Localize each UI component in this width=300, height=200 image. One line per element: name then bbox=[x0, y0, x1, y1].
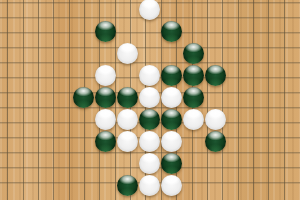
board-grid: ○●●○●○○●●●●●●○○●○○●●○○●○○○●○●●○○ bbox=[6, 0, 292, 196]
board-cell[interactable]: ○ bbox=[160, 86, 182, 108]
board-cell[interactable] bbox=[270, 64, 292, 86]
board-cell[interactable] bbox=[50, 42, 72, 64]
black-stone: ● bbox=[117, 87, 138, 108]
board-cell[interactable] bbox=[94, 174, 116, 196]
board-cell[interactable] bbox=[28, 86, 50, 108]
board-cell[interactable] bbox=[270, 174, 292, 196]
board-cell[interactable] bbox=[72, 42, 94, 64]
white-stone: ○ bbox=[139, 131, 160, 152]
white-stone: ○ bbox=[161, 131, 182, 152]
board-cell[interactable] bbox=[72, 152, 94, 174]
gomoku-board: ○●●○●○○●●●●●●○○●○○●●○○●○○○●○●●○○ bbox=[0, 0, 300, 200]
board-cell[interactable] bbox=[138, 20, 160, 42]
board-cell[interactable] bbox=[94, 42, 116, 64]
board-cell[interactable] bbox=[6, 0, 28, 20]
board-cell[interactable]: ● bbox=[182, 64, 204, 86]
board-cell[interactable] bbox=[248, 64, 270, 86]
board-cell[interactable] bbox=[248, 20, 270, 42]
white-stone: ○ bbox=[117, 131, 138, 152]
board-cell[interactable] bbox=[226, 42, 248, 64]
board-cell[interactable] bbox=[50, 20, 72, 42]
white-stone: ○ bbox=[139, 65, 160, 86]
white-stone: ○ bbox=[183, 109, 204, 130]
board-cell[interactable] bbox=[226, 20, 248, 42]
board-cell[interactable] bbox=[6, 20, 28, 42]
board-cell[interactable] bbox=[226, 130, 248, 152]
board-cell[interactable] bbox=[204, 152, 226, 174]
board-cell[interactable] bbox=[28, 108, 50, 130]
board-cell[interactable] bbox=[160, 42, 182, 64]
board-cell[interactable] bbox=[6, 42, 28, 64]
board-cell[interactable] bbox=[138, 42, 160, 64]
black-stone: ● bbox=[161, 153, 182, 174]
board-cell[interactable] bbox=[6, 152, 28, 174]
board-cell[interactable] bbox=[72, 130, 94, 152]
board-cell[interactable] bbox=[50, 0, 72, 20]
board-cell[interactable]: ● bbox=[160, 152, 182, 174]
black-stone: ● bbox=[183, 65, 204, 86]
board-cell[interactable] bbox=[28, 42, 50, 64]
board-cell[interactable]: ○ bbox=[204, 108, 226, 130]
board-cell[interactable] bbox=[28, 0, 50, 20]
board-cell[interactable]: ● bbox=[94, 86, 116, 108]
board-cell[interactable] bbox=[204, 20, 226, 42]
white-stone: ○ bbox=[161, 175, 182, 196]
board-cell[interactable] bbox=[72, 174, 94, 196]
board-cell[interactable] bbox=[28, 64, 50, 86]
black-stone: ● bbox=[205, 65, 226, 86]
board-cell[interactable] bbox=[204, 0, 226, 20]
board-cell[interactable] bbox=[50, 152, 72, 174]
board-cell[interactable]: ● bbox=[160, 20, 182, 42]
board-cell[interactable] bbox=[182, 174, 204, 196]
black-stone: ● bbox=[117, 175, 138, 196]
board-cell[interactable]: ○ bbox=[94, 64, 116, 86]
board-cell[interactable]: ○ bbox=[116, 130, 138, 152]
white-stone: ○ bbox=[161, 87, 182, 108]
white-stone: ○ bbox=[95, 65, 116, 86]
black-stone: ● bbox=[183, 87, 204, 108]
board-cell[interactable] bbox=[28, 174, 50, 196]
board-cell[interactable] bbox=[28, 130, 50, 152]
board-cell[interactable]: ● bbox=[116, 86, 138, 108]
black-stone: ● bbox=[95, 87, 116, 108]
board-cell[interactable] bbox=[160, 0, 182, 20]
black-stone: ● bbox=[95, 131, 116, 152]
board-cell[interactable] bbox=[204, 42, 226, 64]
white-stone: ○ bbox=[139, 87, 160, 108]
board-cell[interactable]: ● bbox=[138, 108, 160, 130]
black-stone: ● bbox=[205, 131, 226, 152]
board-cell[interactable]: ● bbox=[204, 64, 226, 86]
white-stone: ○ bbox=[139, 153, 160, 174]
white-stone: ○ bbox=[117, 43, 138, 64]
board-cell[interactable]: ○ bbox=[160, 130, 182, 152]
board-cell[interactable] bbox=[248, 174, 270, 196]
board-cell[interactable] bbox=[270, 0, 292, 20]
board-cell[interactable]: ○ bbox=[138, 86, 160, 108]
board-cell[interactable] bbox=[248, 108, 270, 130]
board-cell[interactable] bbox=[226, 86, 248, 108]
board-cell[interactable] bbox=[226, 64, 248, 86]
board-cell[interactable] bbox=[28, 20, 50, 42]
board-cell[interactable]: ● bbox=[160, 108, 182, 130]
board-cell[interactable]: ○ bbox=[138, 152, 160, 174]
board-cell[interactable]: ● bbox=[160, 64, 182, 86]
board-cell[interactable]: ○ bbox=[138, 64, 160, 86]
board-cell[interactable]: ○ bbox=[182, 108, 204, 130]
board-cell[interactable] bbox=[6, 86, 28, 108]
white-stone: ○ bbox=[139, 175, 160, 196]
board-cell[interactable]: ○ bbox=[116, 108, 138, 130]
black-stone: ● bbox=[161, 109, 182, 130]
board-cell[interactable] bbox=[6, 130, 28, 152]
board-cell[interactable]: ● bbox=[94, 130, 116, 152]
board-cell[interactable] bbox=[248, 130, 270, 152]
board-cell[interactable]: ○ bbox=[160, 174, 182, 196]
board-cell[interactable] bbox=[50, 108, 72, 130]
board-cell[interactable] bbox=[270, 108, 292, 130]
board-cell[interactable] bbox=[50, 64, 72, 86]
white-stone: ○ bbox=[139, 0, 160, 20]
board-cell[interactable] bbox=[6, 64, 28, 86]
board-cell[interactable] bbox=[226, 152, 248, 174]
black-stone: ● bbox=[161, 21, 182, 42]
board-cell[interactable] bbox=[116, 64, 138, 86]
board-cell[interactable] bbox=[248, 152, 270, 174]
board-cell[interactable] bbox=[270, 86, 292, 108]
board-cell[interactable] bbox=[270, 152, 292, 174]
board-cell[interactable] bbox=[50, 174, 72, 196]
board-cell[interactable] bbox=[226, 108, 248, 130]
board-cell[interactable] bbox=[226, 174, 248, 196]
board-cell[interactable] bbox=[270, 20, 292, 42]
white-stone: ○ bbox=[95, 109, 116, 130]
white-stone: ○ bbox=[117, 109, 138, 130]
black-stone: ● bbox=[161, 65, 182, 86]
board-cell[interactable]: ○ bbox=[94, 108, 116, 130]
board-cell[interactable] bbox=[248, 0, 270, 20]
board-cell[interactable] bbox=[116, 0, 138, 20]
board-cell[interactable] bbox=[204, 86, 226, 108]
black-stone: ● bbox=[183, 43, 204, 64]
board-cell[interactable]: ● bbox=[204, 130, 226, 152]
white-stone: ○ bbox=[205, 109, 226, 130]
board-cell[interactable]: ● bbox=[182, 86, 204, 108]
board-cell[interactable] bbox=[28, 152, 50, 174]
board-cell[interactable]: ○ bbox=[138, 130, 160, 152]
board-cell[interactable] bbox=[116, 152, 138, 174]
board-cell[interactable] bbox=[248, 86, 270, 108]
board-cell[interactable] bbox=[72, 0, 94, 20]
board-cell[interactable]: ○ bbox=[138, 174, 160, 196]
board-cell[interactable] bbox=[248, 42, 270, 64]
black-stone: ● bbox=[73, 87, 94, 108]
board-cell[interactable]: ● bbox=[94, 20, 116, 42]
board-cell[interactable] bbox=[182, 20, 204, 42]
board-cell[interactable] bbox=[72, 64, 94, 86]
board-cell[interactable] bbox=[94, 0, 116, 20]
board-cell[interactable] bbox=[6, 108, 28, 130]
board-cell[interactable]: ○ bbox=[138, 0, 160, 20]
board-cell[interactable] bbox=[116, 20, 138, 42]
board-cell[interactable] bbox=[182, 130, 204, 152]
board-cell[interactable] bbox=[6, 174, 28, 196]
board-cell[interactable] bbox=[182, 152, 204, 174]
board-cell[interactable] bbox=[226, 0, 248, 20]
black-stone: ● bbox=[95, 21, 116, 42]
board-cell[interactable] bbox=[182, 0, 204, 20]
board-cell[interactable]: ● bbox=[72, 86, 94, 108]
board-cell[interactable] bbox=[94, 152, 116, 174]
board-cell[interactable]: ● bbox=[182, 42, 204, 64]
board-cell[interactable] bbox=[50, 86, 72, 108]
board-cell[interactable]: ○ bbox=[116, 42, 138, 64]
board-cell[interactable]: ● bbox=[116, 174, 138, 196]
board-cell[interactable] bbox=[72, 20, 94, 42]
board-cell[interactable] bbox=[204, 174, 226, 196]
board-cell[interactable] bbox=[50, 130, 72, 152]
board-cell[interactable] bbox=[72, 108, 94, 130]
board-cell[interactable] bbox=[270, 42, 292, 64]
board-cell[interactable] bbox=[270, 130, 292, 152]
black-stone: ● bbox=[139, 109, 160, 130]
